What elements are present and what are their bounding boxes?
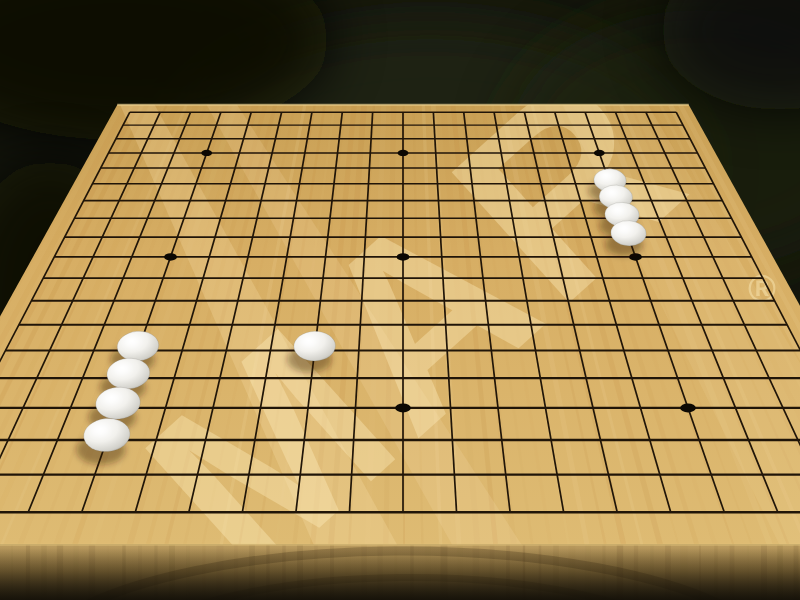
star-point bbox=[680, 403, 696, 412]
star-point bbox=[398, 150, 409, 156]
registered-trademark-icon: ® bbox=[748, 268, 776, 310]
bottom-vignette bbox=[0, 548, 800, 600]
star-point bbox=[164, 253, 177, 260]
goban-render: MAR ® bbox=[0, 0, 800, 600]
star-point bbox=[594, 150, 605, 156]
go-scene: MAR ® bbox=[0, 0, 800, 600]
star-point bbox=[395, 403, 411, 412]
star-point bbox=[397, 253, 410, 260]
star-point bbox=[201, 150, 212, 156]
